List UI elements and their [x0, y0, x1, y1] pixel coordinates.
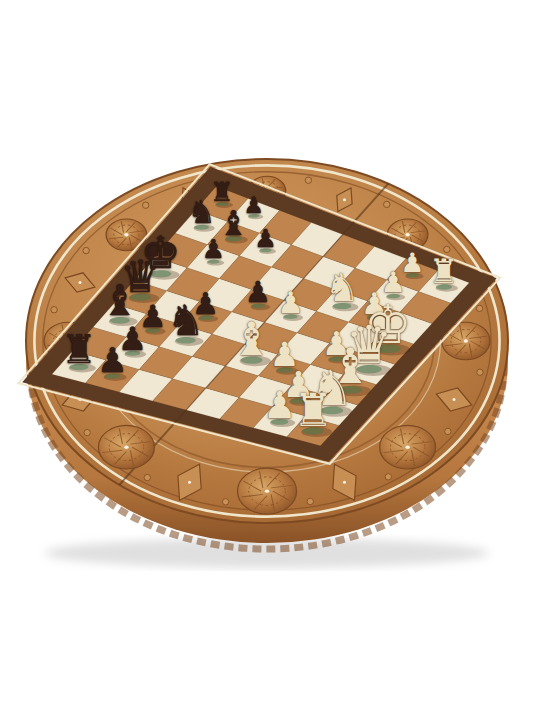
bone-inlay-dot [124, 233, 128, 236]
rosette-medallion [380, 425, 436, 469]
product-photo-chess-board: ♜♟♞♝♟♟♚♟♜♟♛♟♞♟♟♟♝♟♞♚♟♟♝♜♛♟♟♝♟♞♟♜ [0, 0, 540, 720]
spiral-circle-motif [51, 307, 57, 313]
spiral-circle-motif [144, 474, 150, 480]
bone-inlay-dot [405, 445, 409, 448]
rosette-medallion [237, 468, 296, 514]
spiral-circle-motif [444, 246, 450, 252]
spiral-circle-motif [305, 177, 311, 183]
spiral-circle-motif [476, 305, 482, 311]
round-carved-board [0, 0, 540, 720]
bone-inlay-dot [265, 489, 269, 492]
spiral-circle-motif [83, 247, 89, 253]
bone-inlay-dot [405, 233, 409, 236]
spiral-circle-motif [445, 428, 451, 434]
rosette-medallion [98, 425, 154, 469]
spiral-circle-motif [477, 369, 483, 375]
rosette-medallion [106, 219, 147, 251]
spiral-circle-motif [222, 499, 228, 505]
spiral-circle-motif [84, 429, 90, 435]
spiral-circle-motif [384, 201, 390, 207]
bone-inlay-dot [464, 339, 468, 342]
bone-inlay-dot [124, 445, 128, 448]
spiral-circle-motif [143, 202, 149, 208]
spiral-circle-motif [307, 498, 313, 504]
spiral-circle-motif [385, 474, 391, 480]
